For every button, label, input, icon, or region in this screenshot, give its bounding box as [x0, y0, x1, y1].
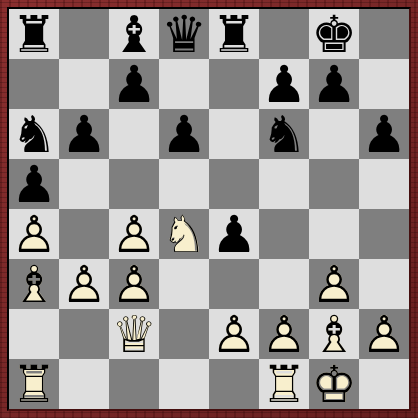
square-g3[interactable]: ♟♙: [309, 259, 359, 309]
square-d4[interactable]: ♞♘: [159, 209, 209, 259]
square-c2[interactable]: ♛♕: [109, 309, 159, 359]
square-e5[interactable]: [209, 159, 259, 209]
piece-black-queen[interactable]: ♛: [159, 9, 209, 59]
square-c8[interactable]: ♝: [109, 9, 159, 59]
square-g4[interactable]: [309, 209, 359, 259]
square-e4[interactable]: ♟: [209, 209, 259, 259]
square-f2[interactable]: ♟♙: [259, 309, 309, 359]
piece-black-pawn[interactable]: ♟: [59, 109, 109, 159]
square-f6[interactable]: ♞: [259, 109, 309, 159]
square-b4[interactable]: [59, 209, 109, 259]
square-e8[interactable]: ♜: [209, 9, 259, 59]
square-h4[interactable]: [359, 209, 409, 259]
piece-white-king-outline: ♔: [309, 359, 359, 409]
square-b2[interactable]: [59, 309, 109, 359]
piece-white-pawn-outline: ♙: [9, 209, 59, 259]
square-g8[interactable]: ♚: [309, 9, 359, 59]
square-h1[interactable]: [359, 359, 409, 409]
square-a8[interactable]: ♜: [9, 9, 59, 59]
square-g2[interactable]: ♝♗: [309, 309, 359, 359]
piece-white-pawn-outline: ♙: [309, 259, 359, 309]
piece-black-pawn[interactable]: ♟: [109, 59, 159, 109]
square-d3[interactable]: [159, 259, 209, 309]
square-f5[interactable]: [259, 159, 309, 209]
piece-black-king[interactable]: ♚: [309, 9, 359, 59]
piece-white-knight-outline: ♘: [159, 209, 209, 259]
piece-black-pawn[interactable]: ♟: [209, 209, 259, 259]
square-c7[interactable]: ♟: [109, 59, 159, 109]
square-b1[interactable]: [59, 359, 109, 409]
square-g7[interactable]: ♟: [309, 59, 359, 109]
square-h5[interactable]: [359, 159, 409, 209]
square-b7[interactable]: [59, 59, 109, 109]
piece-black-pawn[interactable]: ♟: [9, 159, 59, 209]
square-g1[interactable]: ♚♔: [309, 359, 359, 409]
piece-white-queen-outline: ♕: [109, 309, 159, 359]
square-a5[interactable]: ♟: [9, 159, 59, 209]
chess-board-frame: ♜♝♛♜♚♟♟♟♞♟♟♞♟♟♟♙♟♙♞♘♟♝♗♟♙♟♙♟♙♛♕♟♙♟♙♝♗♟♙♜…: [0, 0, 418, 418]
square-f3[interactable]: [259, 259, 309, 309]
piece-black-pawn[interactable]: ♟: [159, 109, 209, 159]
square-h7[interactable]: [359, 59, 409, 109]
piece-black-bishop[interactable]: ♝: [109, 9, 159, 59]
square-d7[interactable]: [159, 59, 209, 109]
piece-black-knight[interactable]: ♞: [9, 109, 59, 159]
square-f7[interactable]: ♟: [259, 59, 309, 109]
square-b8[interactable]: [59, 9, 109, 59]
square-e3[interactable]: [209, 259, 259, 309]
square-g6[interactable]: [309, 109, 359, 159]
square-b3[interactable]: ♟♙: [59, 259, 109, 309]
chess-board: ♜♝♛♜♚♟♟♟♞♟♟♞♟♟♟♙♟♙♞♘♟♝♗♟♙♟♙♟♙♛♕♟♙♟♙♝♗♟♙♜…: [9, 9, 409, 409]
square-e6[interactable]: [209, 109, 259, 159]
piece-black-rook[interactable]: ♜: [9, 9, 59, 59]
square-d2[interactable]: [159, 309, 209, 359]
square-h2[interactable]: ♟♙: [359, 309, 409, 359]
square-a7[interactable]: [9, 59, 59, 109]
square-e7[interactable]: [209, 59, 259, 109]
piece-white-rook-outline: ♖: [9, 359, 59, 409]
square-h8[interactable]: [359, 9, 409, 59]
square-c1[interactable]: [109, 359, 159, 409]
piece-white-rook-outline: ♖: [259, 359, 309, 409]
piece-white-pawn-outline: ♙: [209, 309, 259, 359]
square-d6[interactable]: ♟: [159, 109, 209, 159]
square-g5[interactable]: [309, 159, 359, 209]
square-h6[interactable]: ♟: [359, 109, 409, 159]
square-a2[interactable]: [9, 309, 59, 359]
piece-black-knight[interactable]: ♞: [259, 109, 309, 159]
square-c5[interactable]: [109, 159, 159, 209]
square-b6[interactable]: ♟: [59, 109, 109, 159]
piece-white-pawn-outline: ♙: [109, 209, 159, 259]
piece-white-pawn-outline: ♙: [259, 309, 309, 359]
square-f1[interactable]: ♜♖: [259, 359, 309, 409]
piece-white-bishop-outline: ♗: [309, 309, 359, 359]
square-d1[interactable]: [159, 359, 209, 409]
square-c3[interactable]: ♟♙: [109, 259, 159, 309]
square-d5[interactable]: [159, 159, 209, 209]
square-a3[interactable]: ♝♗: [9, 259, 59, 309]
square-h3[interactable]: [359, 259, 409, 309]
square-b5[interactable]: [59, 159, 109, 209]
piece-black-rook[interactable]: ♜: [209, 9, 259, 59]
square-f4[interactable]: [259, 209, 309, 259]
piece-white-bishop-outline: ♗: [9, 259, 59, 309]
piece-white-pawn-outline: ♙: [59, 259, 109, 309]
square-f8[interactable]: [259, 9, 309, 59]
piece-black-pawn[interactable]: ♟: [359, 109, 409, 159]
piece-white-pawn-outline: ♙: [359, 309, 409, 359]
piece-black-pawn[interactable]: ♟: [259, 59, 309, 109]
square-a1[interactable]: ♜♖: [9, 359, 59, 409]
square-c4[interactable]: ♟♙: [109, 209, 159, 259]
piece-white-pawn-outline: ♙: [109, 259, 159, 309]
square-d8[interactable]: ♛: [159, 9, 209, 59]
square-e2[interactable]: ♟♙: [209, 309, 259, 359]
piece-black-pawn[interactable]: ♟: [309, 59, 359, 109]
square-c6[interactable]: [109, 109, 159, 159]
square-a4[interactable]: ♟♙: [9, 209, 59, 259]
square-a6[interactable]: ♞: [9, 109, 59, 159]
square-e1[interactable]: [209, 359, 259, 409]
chess-board-edge: ♜♝♛♜♚♟♟♟♞♟♟♞♟♟♟♙♟♙♞♘♟♝♗♟♙♟♙♟♙♛♕♟♙♟♙♝♗♟♙♜…: [7, 7, 411, 411]
